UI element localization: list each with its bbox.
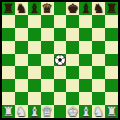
square-g5[interactable] [79,54,92,67]
white-rook[interactable]: ♜ [106,104,118,117]
square-b7[interactable] [15,28,28,41]
square-e3[interactable] [54,79,67,92]
square-h1[interactable]: ♞ [92,105,105,118]
square-h7[interactable] [92,28,105,41]
square-f5[interactable] [66,54,79,67]
square-e4[interactable] [54,66,67,79]
square-e5[interactable] [54,54,67,67]
black-rook[interactable]: ♜ [106,2,118,15]
square-i1[interactable]: ♜ [105,105,118,118]
square-g1[interactable]: ♝ [79,105,92,118]
square-d4[interactable] [41,66,54,79]
square-i6[interactable] [105,41,118,54]
white-knight[interactable]: ♞ [15,104,27,117]
square-c6[interactable] [28,41,41,54]
square-b8[interactable] [15,15,28,28]
square-h8[interactable] [92,15,105,28]
white-rook[interactable]: ♜ [3,104,15,117]
square-i3[interactable] [105,79,118,92]
square-h5[interactable] [92,54,105,67]
square-f4[interactable] [66,66,79,79]
white-king[interactable]: ♚ [67,104,79,117]
square-c9[interactable]: ♝ [28,2,41,15]
square-g3[interactable] [79,79,92,92]
white-bishop[interactable]: ♝ [80,104,92,117]
square-a1[interactable]: ♜ [2,105,15,118]
square-a3[interactable] [2,79,15,92]
square-g8[interactable] [79,15,92,28]
square-c3[interactable] [28,79,41,92]
black-rook[interactable]: ♜ [3,2,15,15]
square-f1[interactable]: ♚ [66,105,79,118]
square-e9[interactable] [54,2,67,15]
white-bishop[interactable]: ♝ [28,104,40,117]
square-b5[interactable] [15,54,28,67]
square-d5[interactable] [41,54,54,67]
square-b3[interactable] [15,79,28,92]
black-queen[interactable]: ♛ [41,2,53,15]
square-h4[interactable] [92,66,105,79]
square-h3[interactable] [92,79,105,92]
game-window: ♜♞♝♛♚♝♞♜♜♞♝♛♚♝♞♜ [0,0,120,120]
square-f8[interactable] [66,15,79,28]
square-d9[interactable]: ♛ [41,2,54,15]
square-d7[interactable] [41,28,54,41]
square-b4[interactable] [15,66,28,79]
square-g9[interactable]: ♝ [79,2,92,15]
square-a4[interactable] [2,66,15,79]
square-i7[interactable] [105,28,118,41]
square-e6[interactable] [54,41,67,54]
square-g7[interactable] [79,28,92,41]
square-f7[interactable] [66,28,79,41]
square-c5[interactable] [28,54,41,67]
square-d3[interactable] [41,79,54,92]
square-i9[interactable]: ♜ [105,2,118,15]
square-c4[interactable] [28,66,41,79]
square-b9[interactable]: ♞ [15,2,28,15]
square-a6[interactable] [2,41,15,54]
black-bishop[interactable]: ♝ [80,2,92,15]
square-f3[interactable] [66,79,79,92]
square-b1[interactable]: ♞ [15,105,28,118]
square-i8[interactable] [105,15,118,28]
chess-board: ♜♞♝♛♚♝♞♜♜♞♝♛♚♝♞♜ [2,2,118,118]
square-i4[interactable] [105,66,118,79]
square-g4[interactable] [79,66,92,79]
square-i5[interactable] [105,54,118,67]
square-g6[interactable] [79,41,92,54]
square-a7[interactable] [2,28,15,41]
white-queen[interactable]: ♛ [41,104,53,117]
square-d8[interactable] [41,15,54,28]
white-knight[interactable]: ♞ [93,104,105,117]
square-e7[interactable] [54,28,67,41]
square-h9[interactable]: ♞ [92,2,105,15]
square-d1[interactable]: ♛ [41,105,54,118]
square-a8[interactable] [2,15,15,28]
square-h6[interactable] [92,41,105,54]
square-c1[interactable]: ♝ [28,105,41,118]
square-c8[interactable] [28,15,41,28]
square-f9[interactable]: ♚ [66,2,79,15]
black-knight[interactable]: ♞ [15,2,27,15]
black-bishop[interactable]: ♝ [28,2,40,15]
square-e1[interactable] [54,105,67,118]
square-e8[interactable] [54,15,67,28]
square-c7[interactable] [28,28,41,41]
square-f6[interactable] [66,41,79,54]
black-king[interactable]: ♚ [67,2,79,15]
square-d6[interactable] [41,41,54,54]
square-b6[interactable] [15,41,28,54]
square-a9[interactable]: ♜ [2,2,15,15]
square-e2[interactable] [54,92,67,105]
square-a5[interactable] [2,54,15,67]
soccer-ball-icon[interactable] [54,54,66,66]
black-knight[interactable]: ♞ [93,2,105,15]
